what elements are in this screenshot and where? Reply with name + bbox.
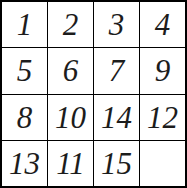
fifteen-puzzle-board: 1 2 3 4 5 6 7 9 8 10 14 12 13 11 15 <box>0 0 187 188</box>
tile-9[interactable]: 9 <box>140 48 185 93</box>
tile-6[interactable]: 6 <box>48 48 93 93</box>
tile-5[interactable]: 5 <box>2 48 47 93</box>
tile-3[interactable]: 3 <box>94 2 139 47</box>
tile-8[interactable]: 8 <box>2 95 47 140</box>
tile-14[interactable]: 14 <box>94 95 139 140</box>
blank-cell <box>140 141 185 186</box>
tile-4[interactable]: 4 <box>140 2 185 47</box>
tile-1[interactable]: 1 <box>2 2 47 47</box>
tile-2[interactable]: 2 <box>48 2 93 47</box>
tile-7[interactable]: 7 <box>94 48 139 93</box>
tile-10[interactable]: 10 <box>48 95 93 140</box>
tile-13[interactable]: 13 <box>2 141 47 186</box>
tile-11[interactable]: 11 <box>48 141 93 186</box>
tile-15[interactable]: 15 <box>94 141 139 186</box>
tile-12[interactable]: 12 <box>140 95 185 140</box>
